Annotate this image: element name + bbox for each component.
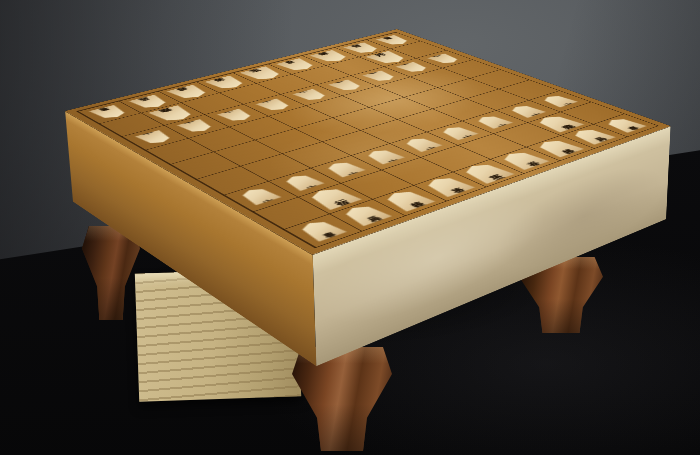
board-scene: 香車桂馬銀将金将玉将金将銀将桂馬香車飛車角行歩歩歩歩歩歩歩歩歩歩歩歩歩歩歩歩歩歩… [0, 0, 700, 455]
photo-stage: 香車桂馬銀将金将玉将金将銀将桂馬香車飛車角行歩歩歩歩歩歩歩歩歩歩歩歩歩歩歩歩歩歩… [0, 0, 700, 455]
shogi-board: 香車桂馬銀将金将玉将金将銀将桂馬香車飛車角行歩歩歩歩歩歩歩歩歩歩歩歩歩歩歩歩歩歩… [65, 29, 671, 254]
